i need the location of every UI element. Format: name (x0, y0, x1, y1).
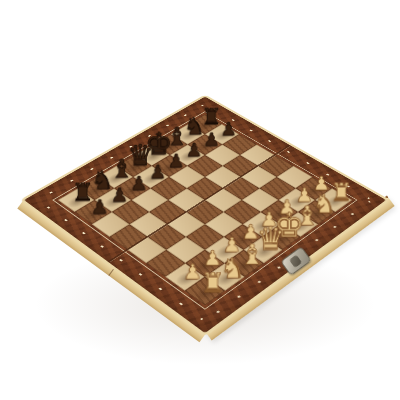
black-pawn: ♟ (186, 141, 202, 159)
black-pawn: ♟ (91, 197, 108, 216)
black-pawn: ♟ (168, 152, 184, 170)
square-f4 (223, 177, 259, 200)
square-e5 (187, 177, 223, 200)
black-pawn: ♟ (111, 185, 128, 204)
white-pawn: ♟ (203, 248, 221, 268)
white-pawn: ♟ (183, 261, 202, 282)
black-pawn: ♟ (131, 174, 148, 193)
black-pawn: ♟ (221, 120, 237, 138)
white-rook: ♜ (201, 270, 225, 297)
product-photo-scene: ♜♞♝♛♚♝♞♜♟♟♟♟♟♟♟♟♟♟♟♟♟♟♟♟♜♞♝♛♚♝♞♜ (0, 0, 400, 400)
black-pawn: ♟ (150, 163, 167, 182)
black-pawn: ♟ (204, 131, 220, 149)
